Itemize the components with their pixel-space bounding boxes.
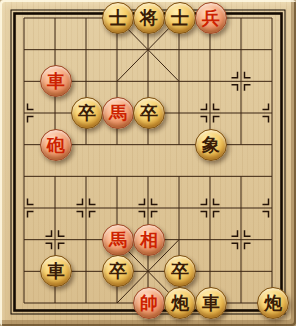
black-advisor[interactable]: 士: [164, 2, 196, 34]
red-cannon[interactable]: 砲: [40, 129, 72, 161]
red-horse[interactable]: 馬: [102, 97, 134, 129]
red-horse[interactable]: 馬: [102, 224, 134, 256]
black-soldier[interactable]: 卒: [71, 97, 103, 129]
black-chariot[interactable]: 車: [195, 287, 227, 319]
board-surface[interactable]: 士将士兵車卒馬卒砲象馬相車卒卒帥炮車炮: [0, 0, 296, 326]
xiangqi-board: 士将士兵車卒馬卒砲象馬相車卒卒帥炮車炮: [0, 0, 296, 326]
black-soldier[interactable]: 卒: [133, 97, 165, 129]
red-elephant[interactable]: 相: [133, 224, 165, 256]
black-advisor[interactable]: 士: [102, 2, 134, 34]
red-soldier[interactable]: 兵: [195, 2, 227, 34]
black-cannon[interactable]: 炮: [164, 287, 196, 319]
black-elephant[interactable]: 象: [195, 129, 227, 161]
black-cannon[interactable]: 炮: [257, 287, 289, 319]
red-general[interactable]: 帥: [133, 287, 165, 319]
black-general[interactable]: 将: [133, 2, 165, 34]
